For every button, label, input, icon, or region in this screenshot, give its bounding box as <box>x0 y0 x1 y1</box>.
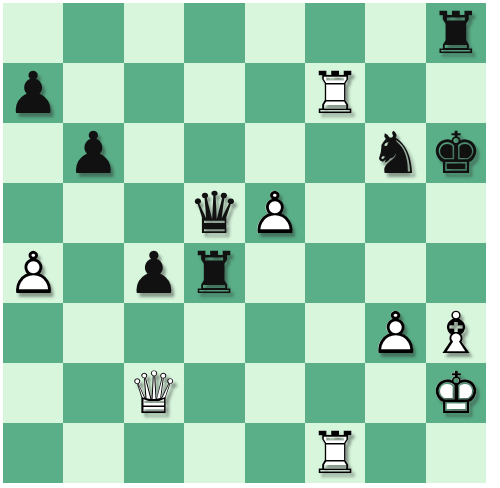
square-c2[interactable]: ♛♕ <box>124 363 184 423</box>
square-g2[interactable] <box>365 363 425 423</box>
square-a1[interactable] <box>3 423 63 483</box>
square-h6[interactable]: ♚ <box>426 123 486 183</box>
square-h3[interactable]: ♝♗ <box>426 303 486 363</box>
piece-white-king-fill: ♚ <box>426 363 486 423</box>
square-d3[interactable] <box>184 303 244 363</box>
square-b3[interactable] <box>63 303 123 363</box>
piece-white-pawn-fill: ♟ <box>365 303 425 363</box>
piece-white-pawn[interactable]: ♙ <box>245 183 305 243</box>
square-a4[interactable]: ♟♙ <box>3 243 63 303</box>
square-a2[interactable] <box>3 363 63 423</box>
square-g4[interactable] <box>365 243 425 303</box>
piece-white-pawn[interactable]: ♙ <box>365 303 425 363</box>
piece-black-king[interactable]: ♚ <box>426 123 486 183</box>
square-b6[interactable]: ♟ <box>63 123 123 183</box>
square-c6[interactable] <box>124 123 184 183</box>
piece-white-rook[interactable]: ♖ <box>305 423 365 483</box>
square-a3[interactable] <box>3 303 63 363</box>
square-a7[interactable]: ♟ <box>3 63 63 123</box>
piece-white-king[interactable]: ♔ <box>426 363 486 423</box>
square-e6[interactable] <box>245 123 305 183</box>
piece-white-rook[interactable]: ♖ <box>305 63 365 123</box>
piece-white-bishop[interactable]: ♗ <box>426 303 486 363</box>
piece-white-queen[interactable]: ♕ <box>124 363 184 423</box>
piece-black-pawn[interactable]: ♟ <box>3 63 63 123</box>
square-h1[interactable] <box>426 423 486 483</box>
square-e3[interactable] <box>245 303 305 363</box>
piece-white-pawn-fill: ♟ <box>3 243 63 303</box>
square-b5[interactable] <box>63 183 123 243</box>
square-h5[interactable] <box>426 183 486 243</box>
piece-black-pawn[interactable]: ♟ <box>124 243 184 303</box>
piece-black-knight[interactable]: ♞ <box>365 123 425 183</box>
piece-black-rook[interactable]: ♜ <box>184 243 244 303</box>
square-g7[interactable] <box>365 63 425 123</box>
square-f1[interactable]: ♜♖ <box>305 423 365 483</box>
piece-white-bishop-fill: ♝ <box>426 303 486 363</box>
square-c7[interactable] <box>124 63 184 123</box>
square-f5[interactable] <box>305 183 365 243</box>
piece-black-rook[interactable]: ♜ <box>426 3 486 63</box>
square-f6[interactable] <box>305 123 365 183</box>
square-d5[interactable]: ♛ <box>184 183 244 243</box>
piece-white-pawn[interactable]: ♙ <box>3 243 63 303</box>
square-d2[interactable] <box>184 363 244 423</box>
square-e4[interactable] <box>245 243 305 303</box>
square-f4[interactable] <box>305 243 365 303</box>
piece-white-pawn-fill: ♟ <box>245 183 305 243</box>
piece-white-rook-fill: ♜ <box>305 63 365 123</box>
square-f8[interactable] <box>305 3 365 63</box>
square-c8[interactable] <box>124 3 184 63</box>
square-g5[interactable] <box>365 183 425 243</box>
square-g6[interactable]: ♞ <box>365 123 425 183</box>
square-a5[interactable] <box>3 183 63 243</box>
square-d4[interactable]: ♜ <box>184 243 244 303</box>
piece-white-rook-fill: ♜ <box>305 423 365 483</box>
piece-black-pawn[interactable]: ♟ <box>63 123 123 183</box>
square-a6[interactable] <box>3 123 63 183</box>
square-b2[interactable] <box>63 363 123 423</box>
square-d8[interactable] <box>184 3 244 63</box>
square-e2[interactable] <box>245 363 305 423</box>
square-g3[interactable]: ♟♙ <box>365 303 425 363</box>
square-b8[interactable] <box>63 3 123 63</box>
square-c3[interactable] <box>124 303 184 363</box>
square-e5[interactable]: ♟♙ <box>245 183 305 243</box>
square-f7[interactable]: ♜♖ <box>305 63 365 123</box>
piece-black-queen[interactable]: ♛ <box>184 183 244 243</box>
square-h8[interactable]: ♜ <box>426 3 486 63</box>
square-c1[interactable] <box>124 423 184 483</box>
chess-board: ♜♟♜♖♟♞♚♛♟♙♟♙♟♜♟♙♝♗♛♕♚♔♜♖ <box>3 3 486 483</box>
square-h2[interactable]: ♚♔ <box>426 363 486 423</box>
square-d1[interactable] <box>184 423 244 483</box>
square-e7[interactable] <box>245 63 305 123</box>
square-b1[interactable] <box>63 423 123 483</box>
square-b7[interactable] <box>63 63 123 123</box>
square-f3[interactable] <box>305 303 365 363</box>
square-g1[interactable] <box>365 423 425 483</box>
square-d7[interactable] <box>184 63 244 123</box>
piece-white-queen-fill: ♛ <box>124 363 184 423</box>
square-c5[interactable] <box>124 183 184 243</box>
square-d6[interactable] <box>184 123 244 183</box>
square-f2[interactable] <box>305 363 365 423</box>
square-h7[interactable] <box>426 63 486 123</box>
square-c4[interactable]: ♟ <box>124 243 184 303</box>
square-e8[interactable] <box>245 3 305 63</box>
chess-app-stage: ♜♟♜♖♟♞♚♛♟♙♟♙♟♜♟♙♝♗♛♕♚♔♜♖ <box>0 0 500 488</box>
square-g8[interactable] <box>365 3 425 63</box>
square-h4[interactable] <box>426 243 486 303</box>
square-e1[interactable] <box>245 423 305 483</box>
square-a8[interactable] <box>3 3 63 63</box>
square-b4[interactable] <box>63 243 123 303</box>
